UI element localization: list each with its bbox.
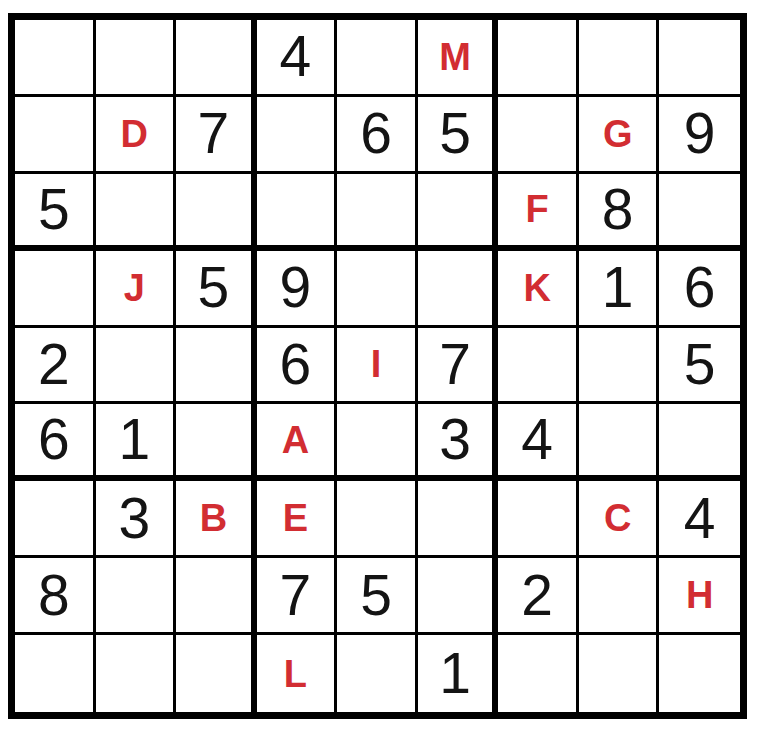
given-digit: 2 — [521, 567, 553, 624]
cell-r2c8[interactable]: G — [579, 97, 660, 174]
cell-r1c9[interactable] — [659, 20, 740, 97]
cell-r2c6[interactable]: 5 — [418, 97, 499, 174]
cell-r3c4[interactable] — [257, 174, 338, 251]
cell-r6c9[interactable] — [659, 404, 740, 481]
given-digit: 8 — [38, 567, 70, 624]
cell-r8c5[interactable]: 5 — [337, 558, 418, 635]
cell-r5c6[interactable]: 7 — [418, 328, 499, 405]
cell-r1c5[interactable] — [337, 20, 418, 97]
cell-r7c2[interactable]: 3 — [96, 481, 177, 558]
given-digit: 5 — [38, 181, 70, 238]
given-digit: 3 — [439, 411, 471, 468]
cell-r4c2[interactable]: J — [96, 251, 177, 328]
cell-r3c5[interactable] — [337, 174, 418, 251]
cell-r5c2[interactable] — [96, 328, 177, 405]
given-digit: 6 — [684, 259, 716, 316]
cell-r7c7[interactable] — [498, 481, 579, 558]
cell-r5c7[interactable] — [498, 328, 579, 405]
cell-r6c7[interactable]: 4 — [498, 404, 579, 481]
cell-r9c8[interactable] — [579, 635, 660, 712]
cell-r1c4[interactable]: 4 — [257, 20, 338, 97]
cell-r7c6[interactable] — [418, 481, 499, 558]
letter-mark: I — [371, 345, 382, 383]
given-digit: 6 — [360, 105, 392, 162]
sudoku-board: 4MD765G95F8J59K1626I7561A343BEC48752HL1 — [8, 13, 747, 719]
letter-mark: E — [283, 499, 308, 537]
letter-mark: K — [523, 269, 550, 307]
cell-r2c1[interactable] — [15, 97, 96, 174]
cell-r9c4[interactable]: L — [257, 635, 338, 712]
cell-r9c3[interactable] — [176, 635, 257, 712]
cell-r2c9[interactable]: 9 — [659, 97, 740, 174]
cell-r8c1[interactable]: 8 — [15, 558, 96, 635]
cell-r3c6[interactable] — [418, 174, 499, 251]
cell-r8c8[interactable] — [579, 558, 660, 635]
cell-r9c5[interactable] — [337, 635, 418, 712]
cell-r8c4[interactable]: 7 — [257, 558, 338, 635]
cell-r5c1[interactable]: 2 — [15, 328, 96, 405]
given-digit: 1 — [439, 645, 471, 702]
cell-r3c9[interactable] — [659, 174, 740, 251]
given-digit: 5 — [439, 105, 471, 162]
cell-r7c4[interactable]: E — [257, 481, 338, 558]
given-digit: 5 — [684, 336, 716, 393]
cell-r2c7[interactable] — [498, 97, 579, 174]
given-digit: 4 — [280, 28, 312, 85]
cell-r4c3[interactable]: 5 — [176, 251, 257, 328]
given-digit: 9 — [684, 105, 716, 162]
cell-r3c1[interactable]: 5 — [15, 174, 96, 251]
cell-r6c2[interactable]: 1 — [96, 404, 177, 481]
given-digit: 7 — [280, 567, 312, 624]
cell-r6c1[interactable]: 6 — [15, 404, 96, 481]
letter-mark: B — [200, 499, 227, 537]
given-digit: 1 — [602, 259, 634, 316]
cell-r4c9[interactable]: 6 — [659, 251, 740, 328]
cell-r4c5[interactable] — [337, 251, 418, 328]
letter-mark: D — [121, 115, 148, 153]
cell-r1c8[interactable] — [579, 20, 660, 97]
cell-r5c8[interactable] — [579, 328, 660, 405]
given-digit: 5 — [360, 567, 392, 624]
cell-r6c8[interactable] — [579, 404, 660, 481]
cell-r2c3[interactable]: 7 — [176, 97, 257, 174]
cell-r2c2[interactable]: D — [96, 97, 177, 174]
cell-r6c4[interactable]: A — [257, 404, 338, 481]
letter-mark: H — [686, 576, 713, 614]
cell-r1c6[interactable]: M — [418, 20, 499, 97]
cell-r8c9[interactable]: H — [659, 558, 740, 635]
given-digit: 9 — [280, 259, 312, 316]
cell-r8c6[interactable] — [418, 558, 499, 635]
cell-r7c8[interactable]: C — [579, 481, 660, 558]
cell-r3c8[interactable]: 8 — [579, 174, 660, 251]
cell-r9c2[interactable] — [96, 635, 177, 712]
given-digit: 4 — [521, 411, 553, 468]
cell-r1c2[interactable] — [96, 20, 177, 97]
cell-r4c4[interactable]: 9 — [257, 251, 338, 328]
cell-r4c7[interactable]: K — [498, 251, 579, 328]
cell-r8c7[interactable]: 2 — [498, 558, 579, 635]
cell-r5c5[interactable]: I — [337, 328, 418, 405]
letter-mark: C — [604, 499, 631, 537]
given-digit: 7 — [439, 336, 471, 393]
cell-r3c2[interactable] — [96, 174, 177, 251]
cell-r1c7[interactable] — [498, 20, 579, 97]
letter-mark: M — [439, 38, 471, 76]
cell-r7c9[interactable]: 4 — [659, 481, 740, 558]
cell-r6c5[interactable] — [337, 404, 418, 481]
cell-r5c9[interactable]: 5 — [659, 328, 740, 405]
cell-r8c2[interactable] — [96, 558, 177, 635]
given-digit: 6 — [38, 411, 70, 468]
letter-mark: L — [284, 655, 307, 693]
cell-r9c6[interactable]: 1 — [418, 635, 499, 712]
letter-mark: F — [525, 190, 548, 228]
cell-r2c5[interactable]: 6 — [337, 97, 418, 174]
cell-r5c3[interactable] — [176, 328, 257, 405]
letter-mark: G — [603, 115, 633, 153]
cell-r4c8[interactable]: 1 — [579, 251, 660, 328]
given-digit: 1 — [118, 411, 150, 468]
cell-r1c3[interactable] — [176, 20, 257, 97]
cell-r4c1[interactable] — [15, 251, 96, 328]
cell-r8c3[interactable] — [176, 558, 257, 635]
given-digit: 5 — [198, 259, 230, 316]
given-digit: 2 — [38, 336, 70, 393]
given-digit: 4 — [684, 490, 716, 547]
cell-r6c3[interactable] — [176, 404, 257, 481]
cell-r4c6[interactable] — [418, 251, 499, 328]
cell-r9c1[interactable] — [15, 635, 96, 712]
given-digit: 8 — [602, 181, 634, 238]
cell-r6c6[interactable]: 3 — [418, 404, 499, 481]
cell-r3c3[interactable] — [176, 174, 257, 251]
letter-mark: J — [124, 269, 145, 307]
given-digit: 6 — [280, 336, 312, 393]
cell-r7c1[interactable] — [15, 481, 96, 558]
cell-r7c3[interactable]: B — [176, 481, 257, 558]
given-digit: 3 — [118, 490, 150, 547]
letter-mark: A — [282, 421, 309, 459]
cell-r2c4[interactable] — [257, 97, 338, 174]
cell-r1c1[interactable] — [15, 20, 96, 97]
cell-r7c5[interactable] — [337, 481, 418, 558]
cell-r5c4[interactable]: 6 — [257, 328, 338, 405]
cell-r9c7[interactable] — [498, 635, 579, 712]
cell-r3c7[interactable]: F — [498, 174, 579, 251]
cell-r9c9[interactable] — [659, 635, 740, 712]
given-digit: 7 — [198, 105, 230, 162]
